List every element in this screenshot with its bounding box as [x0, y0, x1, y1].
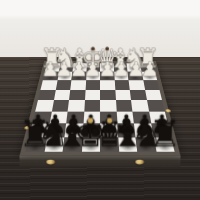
square-f4[interactable]	[69, 90, 85, 100]
piece-black-rook[interactable]: ♜	[146, 116, 185, 152]
square-e3[interactable]	[85, 80, 100, 90]
square-g3[interactable]	[55, 80, 71, 90]
board-box-front	[19, 156, 180, 167]
board-perspective-stage: ♜♞♝♚♛♝♞♜♟♟♟♟♟♟♟♟♟♟♟♟♟♟♟♟♜♞♝♚♛♝♞♜	[0, 0, 200, 200]
square-c3[interactable]	[114, 80, 129, 90]
square-h3[interactable]	[41, 80, 58, 90]
square-d3[interactable]	[100, 80, 115, 90]
square-e4[interactable]	[85, 90, 101, 100]
square-a3[interactable]	[143, 80, 160, 90]
square-f3[interactable]	[70, 80, 85, 90]
board-grid: ♜♞♝♚♛♝♞♜♟♟♟♟♟♟♟♟♟♟♟♟♟♟♟♟♜♞♝♚♛♝♞♜	[25, 63, 174, 152]
square-a8[interactable]: ♜	[153, 137, 174, 152]
square-d4[interactable]	[100, 90, 116, 100]
chess-set-photo: ♜♞♝♚♛♝♞♜♟♟♟♟♟♟♟♟♟♟♟♟♟♟♟♟♜♞♝♚♛♝♞♜	[0, 0, 200, 200]
square-g4[interactable]	[54, 90, 71, 100]
brass-clasp-right-icon	[135, 159, 144, 164]
chess-board[interactable]: ♜♞♝♚♛♝♞♜♟♟♟♟♟♟♟♟♟♟♟♟♟♟♟♟♜♞♝♚♛♝♞♜	[19, 61, 180, 156]
square-c4[interactable]	[115, 90, 131, 100]
square-a2[interactable]: ♟	[141, 71, 157, 80]
square-a4[interactable]	[145, 90, 162, 100]
piece-white-pawn[interactable]: ♟	[135, 60, 165, 80]
brass-clasp-left-icon	[47, 159, 56, 164]
